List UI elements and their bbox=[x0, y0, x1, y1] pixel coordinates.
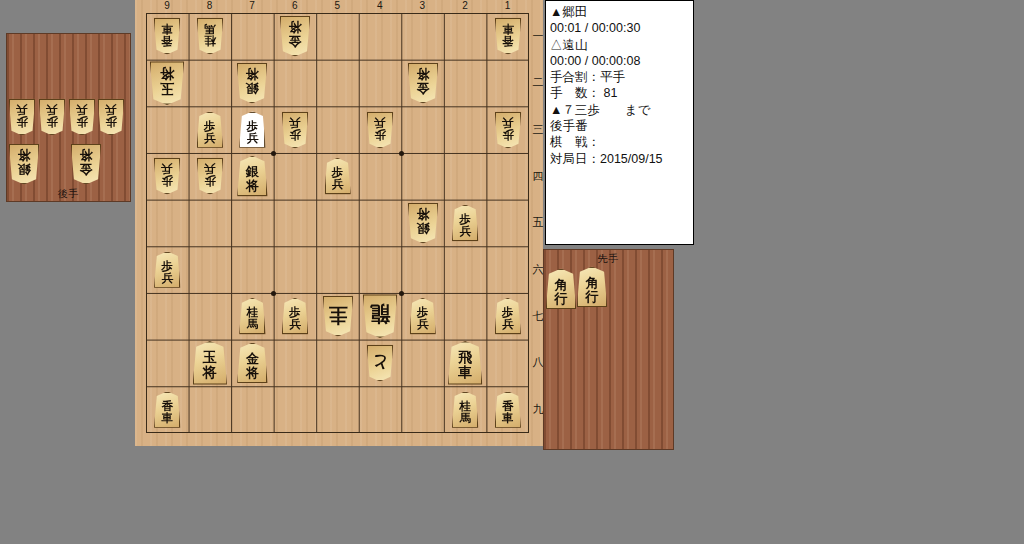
piece-kanji: 車 bbox=[162, 23, 174, 35]
piece-kanji: と bbox=[372, 353, 389, 370]
piece-kanji: 香 bbox=[162, 35, 174, 47]
rank-label: 五 bbox=[531, 200, 545, 246]
piece-kanji: 歩 bbox=[46, 116, 58, 128]
piece-kanji: 馬 bbox=[459, 411, 471, 423]
shogi-piece-gote: 銀将 bbox=[9, 144, 40, 185]
shogi-piece-gote: 歩兵 bbox=[367, 111, 394, 148]
piece-kanji: 兵 bbox=[502, 116, 514, 128]
piece-kanji: 将 bbox=[203, 365, 217, 380]
shogi-piece-gote: 歩兵 bbox=[281, 111, 308, 148]
shogi-piece-sente: 金将 bbox=[237, 343, 268, 384]
piece-kanji: 歩 bbox=[105, 116, 117, 128]
shogi-piece-gote: 歩兵 bbox=[494, 111, 521, 148]
info-line: 00:01 / 00:00:30 bbox=[550, 20, 691, 36]
piece-kanji: 歩 bbox=[247, 119, 259, 131]
file-label: 4 bbox=[359, 0, 401, 12]
piece-kanji: 行 bbox=[586, 289, 599, 303]
piece-kanji: 兵 bbox=[162, 163, 174, 175]
shogi-piece-sente: 歩兵 bbox=[281, 298, 308, 335]
piece-kanji: 車 bbox=[502, 23, 514, 35]
shogi-piece-sente: 歩兵 bbox=[196, 111, 223, 148]
info-line: 手合割：平手 bbox=[550, 69, 691, 85]
piece-kanji: 角 bbox=[586, 275, 599, 289]
info-line: ▲郷田 bbox=[550, 4, 691, 20]
info-line: ▲７三歩 まで bbox=[550, 102, 691, 118]
file-label: 7 bbox=[231, 0, 273, 12]
shogi-board: 987654321 一二三四五六七八九 香車桂馬金将香車玉将銀将金将歩兵歩兵歩兵… bbox=[135, 0, 543, 446]
piece-kanji: 玉 bbox=[203, 350, 217, 365]
shogi-piece-sente: 角行 bbox=[577, 267, 608, 308]
shogi-piece-gote: 銀将 bbox=[407, 203, 438, 244]
piece-kanji: 兵 bbox=[374, 116, 386, 128]
piece-kanji: 車 bbox=[458, 365, 472, 380]
info-line: 後手番 bbox=[550, 118, 691, 134]
piece-kanji: 将 bbox=[246, 178, 259, 192]
shogi-piece-sente: 銀将 bbox=[237, 156, 268, 197]
shogi-piece-gote: 歩兵 bbox=[68, 99, 95, 136]
piece-kanji: 金 bbox=[416, 81, 429, 95]
piece-kanji: 将 bbox=[246, 67, 259, 81]
info-line: 対局日：2015/09/15 bbox=[550, 151, 691, 167]
shogi-piece-sente: 歩兵 bbox=[409, 298, 436, 335]
piece-kanji: 将 bbox=[416, 207, 429, 221]
shogi-piece-gote: 歩兵 bbox=[154, 158, 181, 195]
shogi-piece-gote: 歩兵 bbox=[196, 158, 223, 195]
file-label: 1 bbox=[486, 0, 528, 12]
sente-hand-tray: 先手 角行角行 bbox=[543, 249, 674, 450]
piece-kanji: 歩 bbox=[459, 212, 471, 224]
piece-kanji: 兵 bbox=[247, 131, 259, 143]
piece-kanji: 兵 bbox=[16, 103, 28, 115]
shogi-piece-gote: 銀将 bbox=[237, 63, 268, 104]
shogi-piece-gote: 香車 bbox=[494, 18, 521, 55]
piece-kanji: 兵 bbox=[204, 131, 216, 143]
shogi-piece-sente: 桂馬 bbox=[239, 298, 266, 335]
shogi-piece-sente: 歩兵 bbox=[494, 298, 521, 335]
piece-kanji: 銀 bbox=[246, 81, 259, 95]
star-point bbox=[399, 291, 404, 296]
piece-kanji: 兵 bbox=[289, 116, 301, 128]
rank-label: 一 bbox=[531, 13, 545, 59]
star-point bbox=[271, 151, 276, 156]
piece-kanji: 将 bbox=[160, 66, 174, 81]
shogi-piece-gote: 歩兵 bbox=[8, 99, 35, 136]
shogi-piece-sente: 歩兵 bbox=[154, 251, 181, 288]
piece-kanji: 将 bbox=[80, 148, 93, 162]
piece-kanji: 歩 bbox=[289, 306, 301, 318]
shogi-piece-gote: 歩兵 bbox=[38, 99, 65, 136]
piece-kanji: 香 bbox=[162, 399, 174, 411]
piece-kanji: 歩 bbox=[332, 166, 344, 178]
piece-kanji: 兵 bbox=[162, 271, 174, 283]
info-line: 手 数： 81 bbox=[550, 85, 691, 101]
shogi-piece-gote: 歩兵 bbox=[98, 99, 125, 136]
shogi-piece-sente: 飛車 bbox=[448, 341, 483, 385]
rank-label: 四 bbox=[531, 153, 545, 199]
piece-kanji: 車 bbox=[502, 411, 514, 423]
shogi-piece-sente: 歩兵 bbox=[452, 205, 479, 242]
piece-kanji: 兵 bbox=[204, 163, 216, 175]
piece-kanji: 銀 bbox=[416, 221, 429, 235]
rank-label: 三 bbox=[531, 106, 545, 152]
piece-kanji: 金 bbox=[80, 162, 93, 176]
piece-kanji: 兵 bbox=[459, 225, 471, 237]
piece-kanji: 兵 bbox=[417, 318, 429, 330]
shogi-piece-sente: 歩兵 bbox=[239, 111, 266, 148]
piece-kanji: 兵 bbox=[76, 103, 88, 115]
star-point bbox=[399, 151, 404, 156]
piece-kanji: 馬 bbox=[204, 23, 216, 35]
shogi-piece-gote: 金将 bbox=[407, 63, 438, 104]
piece-kanji: 桂 bbox=[459, 399, 471, 411]
shogi-kifu-viewer: 歩兵歩兵歩兵歩兵銀将金将 後手 987654321 一二三四五六七八九 香車桂馬… bbox=[0, 0, 1024, 544]
piece-kanji: 歩 bbox=[289, 128, 301, 140]
piece-kanji: 将 bbox=[288, 21, 301, 35]
piece-kanji: 兵 bbox=[46, 103, 58, 115]
piece-kanji: 歩 bbox=[76, 116, 88, 128]
info-line: 00:00 / 00:00:08 bbox=[550, 53, 691, 69]
piece-kanji: 兵 bbox=[502, 318, 514, 330]
piece-kanji: 圭 bbox=[328, 305, 347, 324]
sente-hand-label: 先手 bbox=[544, 252, 673, 266]
piece-kanji: 歩 bbox=[16, 116, 28, 128]
piece-kanji: 歩 bbox=[502, 306, 514, 318]
piece-kanji: 桂 bbox=[247, 306, 259, 318]
star-point bbox=[271, 291, 276, 296]
piece-kanji: 行 bbox=[555, 291, 568, 305]
gote-hand-tray: 歩兵歩兵歩兵歩兵銀将金将 後手 bbox=[6, 33, 131, 202]
file-label: 6 bbox=[274, 0, 316, 12]
shogi-piece-sente: 角行 bbox=[546, 269, 577, 310]
piece-kanji: 将 bbox=[18, 148, 31, 162]
piece-kanji: 飛 bbox=[458, 350, 472, 365]
piece-kanji: 桂 bbox=[204, 35, 216, 47]
piece-kanji: 歩 bbox=[204, 175, 216, 187]
shogi-piece-sente: 玉将 bbox=[192, 341, 227, 385]
shogi-piece-gote: 桂馬 bbox=[196, 18, 223, 55]
piece-kanji: 歩 bbox=[417, 306, 429, 318]
shogi-piece-sente: 香車 bbox=[154, 391, 181, 428]
shogi-piece-gote: 金将 bbox=[71, 144, 102, 185]
piece-kanji: 龍 bbox=[370, 304, 390, 324]
piece-kanji: 香 bbox=[502, 35, 514, 47]
shogi-piece-gote: 金将 bbox=[279, 16, 310, 57]
info-line: 棋 戦： bbox=[550, 134, 691, 150]
shogi-piece-gote-promoted: と bbox=[367, 345, 394, 382]
shogi-piece-sente: 歩兵 bbox=[324, 158, 351, 195]
piece-kanji: 角 bbox=[555, 277, 568, 291]
piece-kanji: 馬 bbox=[247, 318, 259, 330]
file-label: 5 bbox=[316, 0, 358, 12]
piece-kanji: 車 bbox=[162, 411, 174, 423]
piece-kanji: 将 bbox=[246, 365, 259, 379]
file-label: 3 bbox=[401, 0, 443, 12]
shogi-piece-gote-promoted: 圭 bbox=[322, 296, 353, 337]
piece-kanji: 兵 bbox=[332, 178, 344, 190]
piece-kanji: 将 bbox=[416, 67, 429, 81]
file-label: 9 bbox=[146, 0, 188, 12]
piece-kanji: 歩 bbox=[374, 128, 386, 140]
piece-kanji: 歩 bbox=[502, 128, 514, 140]
info-line: △遠山 bbox=[550, 37, 691, 53]
piece-kanji: 玉 bbox=[160, 81, 174, 96]
piece-kanji: 兵 bbox=[289, 318, 301, 330]
shogi-piece-gote: 玉将 bbox=[150, 61, 185, 105]
rank-label: 二 bbox=[531, 60, 545, 106]
piece-kanji: 歩 bbox=[204, 119, 216, 131]
shogi-piece-sente: 香車 bbox=[494, 391, 521, 428]
gote-hand-label: 後手 bbox=[7, 187, 130, 201]
piece-kanji: 銀 bbox=[18, 162, 31, 176]
file-label: 8 bbox=[189, 0, 231, 12]
piece-kanji: 金 bbox=[246, 351, 259, 365]
shogi-piece-gote-promoted: 龍 bbox=[363, 294, 398, 338]
shogi-piece-gote: 香車 bbox=[154, 18, 181, 55]
piece-kanji: 歩 bbox=[162, 259, 174, 271]
piece-kanji: 金 bbox=[288, 34, 301, 48]
file-label: 2 bbox=[444, 0, 486, 12]
piece-kanji: 銀 bbox=[246, 165, 259, 179]
game-info-panel: ▲郷田00:01 / 00:00:30△遠山00:00 / 00:00:08手合… bbox=[545, 0, 694, 245]
piece-kanji: 香 bbox=[502, 399, 514, 411]
piece-kanji: 歩 bbox=[162, 175, 174, 187]
piece-kanji: 兵 bbox=[105, 103, 117, 115]
shogi-piece-sente: 桂馬 bbox=[452, 391, 479, 428]
